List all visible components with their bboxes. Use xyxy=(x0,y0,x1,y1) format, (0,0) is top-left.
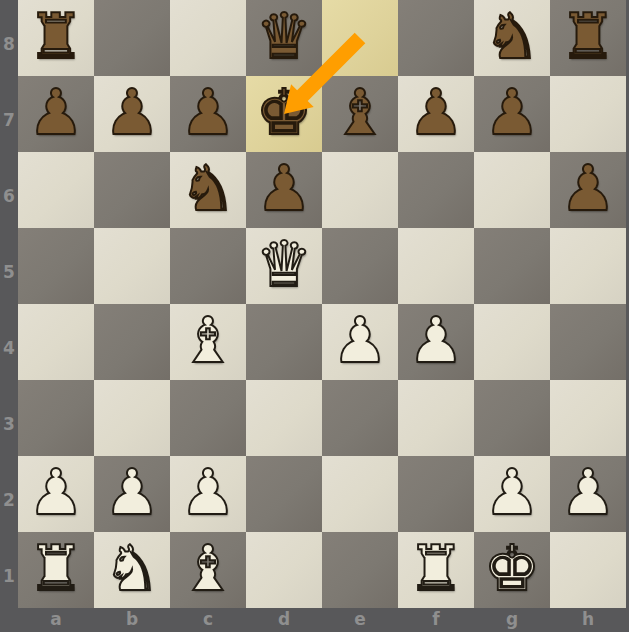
square-e3[interactable] xyxy=(322,380,398,456)
square-c5[interactable] xyxy=(170,228,246,304)
piece-black-pawn[interactable]: ♟ xyxy=(560,157,616,220)
square-g5[interactable] xyxy=(474,228,550,304)
square-c3[interactable] xyxy=(170,380,246,456)
square-c8[interactable] xyxy=(170,0,246,76)
square-b1[interactable]: ♞ xyxy=(94,532,170,608)
square-e2[interactable] xyxy=(322,456,398,532)
square-d2[interactable] xyxy=(246,456,322,532)
rank-label-7: 7 xyxy=(0,76,18,152)
square-e4[interactable]: ♟ xyxy=(322,304,398,380)
piece-white-pawn[interactable]: ♟ xyxy=(408,309,464,372)
square-f4[interactable]: ♟ xyxy=(398,304,474,380)
square-h2[interactable]: ♟ xyxy=(550,456,626,532)
square-h1[interactable] xyxy=(550,532,626,608)
file-label-f: f xyxy=(398,608,474,630)
piece-black-rook[interactable]: ♜ xyxy=(560,5,616,68)
square-h5[interactable] xyxy=(550,228,626,304)
square-a5[interactable] xyxy=(18,228,94,304)
square-d8[interactable]: ♛ xyxy=(246,0,322,76)
file-label-h: h xyxy=(550,608,626,630)
square-f5[interactable] xyxy=(398,228,474,304)
piece-white-pawn[interactable]: ♟ xyxy=(560,461,616,524)
rank-label-3: 3 xyxy=(0,380,18,456)
square-g7[interactable]: ♟ xyxy=(474,76,550,152)
piece-black-king[interactable]: ♚ xyxy=(256,81,312,144)
square-e7[interactable]: ♝ xyxy=(322,76,398,152)
piece-black-pawn[interactable]: ♟ xyxy=(104,81,160,144)
rank-labels: 87654321 xyxy=(0,0,18,608)
square-a2[interactable]: ♟ xyxy=(18,456,94,532)
piece-black-bishop[interactable]: ♝ xyxy=(332,81,388,144)
square-b3[interactable] xyxy=(94,380,170,456)
square-f8[interactable] xyxy=(398,0,474,76)
square-a8[interactable]: ♜ xyxy=(18,0,94,76)
piece-white-bishop[interactable]: ♝ xyxy=(180,309,236,372)
rank-label-1: 1 xyxy=(0,532,18,608)
piece-white-pawn[interactable]: ♟ xyxy=(28,461,84,524)
square-b6[interactable] xyxy=(94,152,170,228)
file-label-c: c xyxy=(170,608,246,630)
square-h8[interactable]: ♜ xyxy=(550,0,626,76)
square-f3[interactable] xyxy=(398,380,474,456)
piece-white-pawn[interactable]: ♟ xyxy=(332,309,388,372)
chess-board[interactable]: ♜♛♞♜♟♟♟♚♝♟♟♞♟♟♛♝♟♟♟♟♟♟♟♜♞♝♜♚ xyxy=(18,0,626,608)
square-d7[interactable]: ♚ xyxy=(246,76,322,152)
square-e8[interactable] xyxy=(322,0,398,76)
piece-white-queen[interactable]: ♛ xyxy=(256,233,312,296)
square-f1[interactable]: ♜ xyxy=(398,532,474,608)
square-g6[interactable] xyxy=(474,152,550,228)
square-g4[interactable] xyxy=(474,304,550,380)
piece-black-knight[interactable]: ♞ xyxy=(180,157,236,220)
piece-black-knight[interactable]: ♞ xyxy=(484,5,540,68)
piece-white-king[interactable]: ♚ xyxy=(484,537,540,600)
file-label-g: g xyxy=(474,608,550,630)
square-h3[interactable] xyxy=(550,380,626,456)
chess-board-app: 87654321 ♜♛♞♜♟♟♟♚♝♟♟♞♟♟♛♝♟♟♟♟♟♟♟♜♞♝♜♚ ab… xyxy=(0,0,629,632)
square-h6[interactable]: ♟ xyxy=(550,152,626,228)
square-g3[interactable] xyxy=(474,380,550,456)
square-b5[interactable] xyxy=(94,228,170,304)
square-d6[interactable]: ♟ xyxy=(246,152,322,228)
file-label-e: e xyxy=(322,608,398,630)
piece-white-pawn[interactable]: ♟ xyxy=(484,461,540,524)
piece-white-rook[interactable]: ♜ xyxy=(408,537,464,600)
square-b2[interactable]: ♟ xyxy=(94,456,170,532)
square-e1[interactable] xyxy=(322,532,398,608)
square-f6[interactable] xyxy=(398,152,474,228)
square-d4[interactable] xyxy=(246,304,322,380)
rank-label-8: 8 xyxy=(0,0,18,76)
square-c4[interactable]: ♝ xyxy=(170,304,246,380)
rank-label-4: 4 xyxy=(0,304,18,380)
square-e5[interactable] xyxy=(322,228,398,304)
piece-black-queen[interactable]: ♛ xyxy=(256,5,312,68)
square-c2[interactable]: ♟ xyxy=(170,456,246,532)
square-h4[interactable] xyxy=(550,304,626,380)
piece-black-pawn[interactable]: ♟ xyxy=(408,81,464,144)
file-label-a: a xyxy=(18,608,94,630)
file-label-d: d xyxy=(246,608,322,630)
piece-black-pawn[interactable]: ♟ xyxy=(180,81,236,144)
square-h7[interactable] xyxy=(550,76,626,152)
piece-white-bishop[interactable]: ♝ xyxy=(180,537,236,600)
file-labels: abcdefgh xyxy=(18,608,626,632)
square-g1[interactable]: ♚ xyxy=(474,532,550,608)
piece-black-pawn[interactable]: ♟ xyxy=(28,81,84,144)
piece-black-pawn[interactable]: ♟ xyxy=(256,157,312,220)
piece-white-pawn[interactable]: ♟ xyxy=(180,461,236,524)
piece-black-rook[interactable]: ♜ xyxy=(28,5,84,68)
piece-white-pawn[interactable]: ♟ xyxy=(104,461,160,524)
square-d3[interactable] xyxy=(246,380,322,456)
rank-label-2: 2 xyxy=(0,456,18,532)
square-d5[interactable]: ♛ xyxy=(246,228,322,304)
square-d1[interactable] xyxy=(246,532,322,608)
square-f2[interactable] xyxy=(398,456,474,532)
square-a7[interactable]: ♟ xyxy=(18,76,94,152)
square-g2[interactable]: ♟ xyxy=(474,456,550,532)
square-c7[interactable]: ♟ xyxy=(170,76,246,152)
rank-label-5: 5 xyxy=(0,228,18,304)
square-a4[interactable] xyxy=(18,304,94,380)
square-f7[interactable]: ♟ xyxy=(398,76,474,152)
square-b8[interactable] xyxy=(94,0,170,76)
square-c6[interactable]: ♞ xyxy=(170,152,246,228)
square-e6[interactable] xyxy=(322,152,398,228)
square-a6[interactable] xyxy=(18,152,94,228)
piece-white-rook[interactable]: ♜ xyxy=(28,537,84,600)
file-label-b: b xyxy=(94,608,170,630)
square-a1[interactable]: ♜ xyxy=(18,532,94,608)
square-b4[interactable] xyxy=(94,304,170,380)
square-b7[interactable]: ♟ xyxy=(94,76,170,152)
square-c1[interactable]: ♝ xyxy=(170,532,246,608)
square-a3[interactable] xyxy=(18,380,94,456)
rank-label-6: 6 xyxy=(0,152,18,228)
square-g8[interactable]: ♞ xyxy=(474,0,550,76)
piece-white-knight[interactable]: ♞ xyxy=(104,537,160,600)
piece-black-pawn[interactable]: ♟ xyxy=(484,81,540,144)
